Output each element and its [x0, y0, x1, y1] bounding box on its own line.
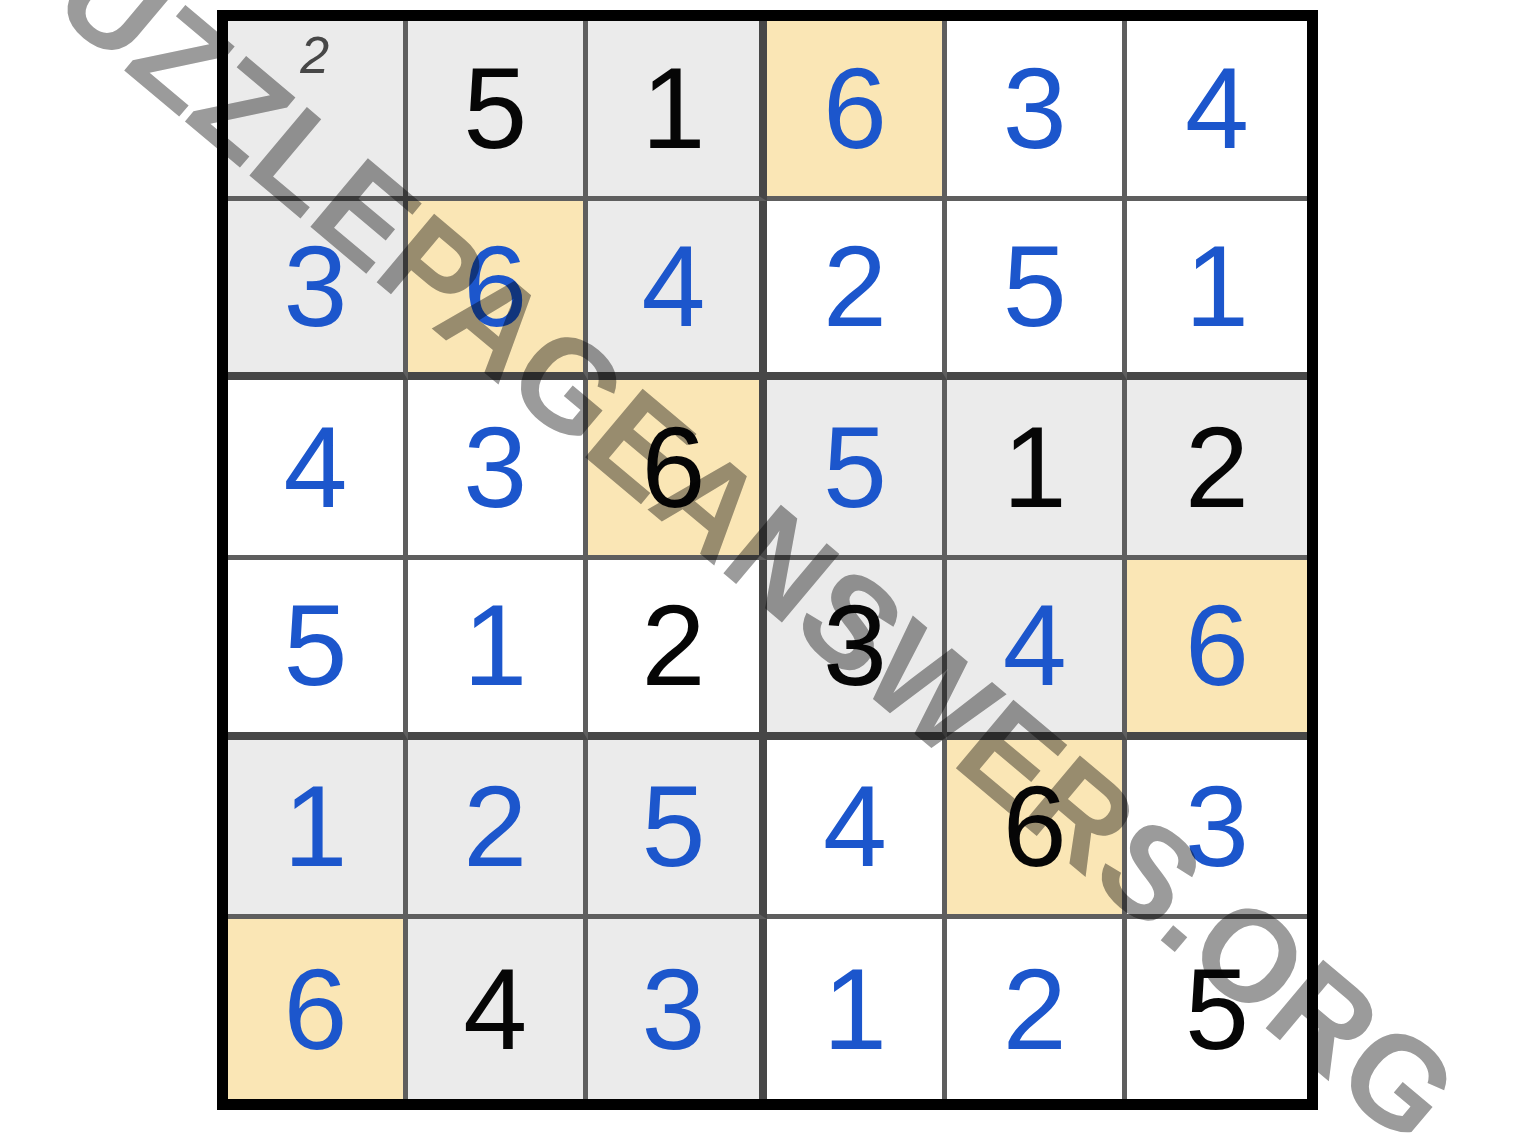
cell-r2c5[interactable]: 5: [947, 201, 1127, 381]
cell-r6c3[interactable]: 3: [588, 919, 768, 1099]
cell-value: 1: [823, 952, 887, 1067]
cell-value: 6: [1003, 769, 1067, 884]
cell-value: 2: [463, 769, 527, 884]
cell-value: 5: [1003, 229, 1067, 344]
cell-r4c4[interactable]: 3: [767, 560, 947, 740]
cell-value: 6: [463, 229, 527, 344]
cell-value: 2: [642, 588, 706, 703]
cell-r3c5[interactable]: 1: [947, 380, 1127, 560]
cell-value: 6: [823, 51, 887, 166]
cell-r4c3[interactable]: 2: [588, 560, 768, 740]
cell-r3c6[interactable]: 2: [1127, 380, 1307, 560]
cell-r6c2[interactable]: 4: [408, 919, 588, 1099]
cell-r1c2[interactable]: 5: [408, 21, 588, 201]
cell-r2c1[interactable]: 3: [228, 201, 408, 381]
cell-value: 3: [283, 229, 347, 344]
cell-value: 5: [283, 588, 347, 703]
cell-r1c1[interactable]: 2: [228, 21, 408, 201]
cell-value: 2: [1003, 952, 1067, 1067]
cell-value: 5: [1185, 952, 1249, 1067]
cell-r4c6[interactable]: 6: [1127, 560, 1307, 740]
cell-value: 6: [1185, 588, 1249, 703]
cell-r5c2[interactable]: 2: [408, 740, 588, 920]
cell-value: 4: [283, 410, 347, 525]
cell-r3c2[interactable]: 3: [408, 380, 588, 560]
cell-r6c5[interactable]: 2: [947, 919, 1127, 1099]
cell-r1c6[interactable]: 4: [1127, 21, 1307, 201]
cell-r4c2[interactable]: 1: [408, 560, 588, 740]
cell-value: 6: [642, 410, 706, 525]
cell-value: 6: [283, 952, 347, 1067]
cell-r2c4[interactable]: 2: [767, 201, 947, 381]
cell-value: 3: [823, 588, 887, 703]
cell-value: 2: [823, 229, 887, 344]
cell-value: 4: [823, 769, 887, 884]
cell-r2c3[interactable]: 4: [588, 201, 768, 381]
cell-r1c3[interactable]: 1: [588, 21, 768, 201]
cell-r6c4[interactable]: 1: [767, 919, 947, 1099]
cell-r3c3[interactable]: 6: [588, 380, 768, 560]
cell-value: 3: [1003, 51, 1067, 166]
cell-value: 1: [642, 51, 706, 166]
cell-value: 1: [283, 769, 347, 884]
cell-value: 1: [1003, 410, 1067, 525]
cell-r2c6[interactable]: 1: [1127, 201, 1307, 381]
cell-value: 5: [463, 51, 527, 166]
cell-value: 2: [1185, 410, 1249, 525]
cell-r5c5[interactable]: 6: [947, 740, 1127, 920]
cell-r5c6[interactable]: 3: [1127, 740, 1307, 920]
cell-r6c6[interactable]: 5: [1127, 919, 1307, 1099]
cell-r1c5[interactable]: 3: [947, 21, 1127, 201]
cell-value: 1: [1185, 229, 1249, 344]
cell-value: 1: [463, 588, 527, 703]
cell-r4c1[interactable]: 5: [228, 560, 408, 740]
cell-value: 5: [642, 769, 706, 884]
puzzle-page: 251634364251436512512346125463643125 PUZ…: [0, 0, 1536, 1135]
cell-r5c4[interactable]: 4: [767, 740, 947, 920]
cell-r5c3[interactable]: 5: [588, 740, 768, 920]
cell-r1c4[interactable]: 6: [767, 21, 947, 201]
cell-r5c1[interactable]: 1: [228, 740, 408, 920]
cell-r6c1[interactable]: 6: [228, 919, 408, 1099]
cell-value: 3: [642, 952, 706, 1067]
cell-r3c4[interactable]: 5: [767, 380, 947, 560]
cell-r3c1[interactable]: 4: [228, 380, 408, 560]
cell-value: 4: [463, 952, 527, 1067]
pencil-mark: 2: [300, 29, 329, 81]
cell-value: 4: [642, 229, 706, 344]
cell-value: 3: [463, 410, 527, 525]
cell-r2c2[interactable]: 6: [408, 201, 588, 381]
cell-value: 3: [1185, 769, 1249, 884]
cell-value: 4: [1003, 588, 1067, 703]
cell-value: 5: [823, 410, 887, 525]
sudoku-board: 251634364251436512512346125463643125: [217, 10, 1318, 1110]
cell-r4c5[interactable]: 4: [947, 560, 1127, 740]
cell-value: 4: [1185, 51, 1249, 166]
